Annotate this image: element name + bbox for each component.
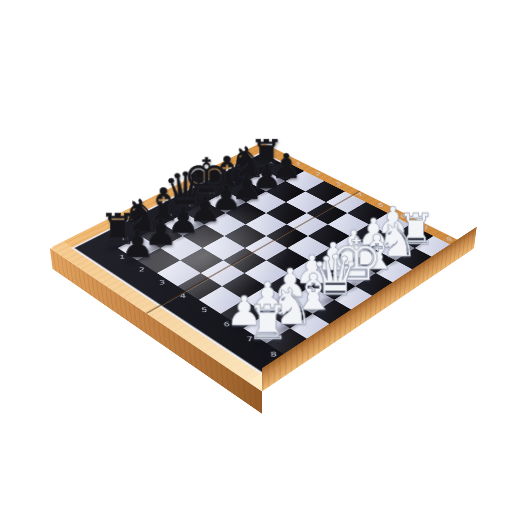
piece-black-pawn-h2[interactable]: ♟	[107, 219, 168, 263]
square-g3[interactable]	[180, 248, 223, 273]
chess-box-board: 12345678 12345678 HGFEDCBA HGFEDCBA ♜♞♝♚…	[50, 142, 474, 391]
piece-white-rook-h8[interactable]: ♜	[234, 293, 301, 347]
perspective-wrapper: 12345678 12345678 HGFEDCBA HGFEDCBA ♜♞♝♚…	[112, 98, 412, 398]
square-h3[interactable]	[157, 260, 201, 286]
coord-label: 3	[155, 273, 169, 292]
product-photo-stage: 12345678 12345678 HGFEDCBA HGFEDCBA ♜♞♝♚…	[0, 0, 505, 505]
